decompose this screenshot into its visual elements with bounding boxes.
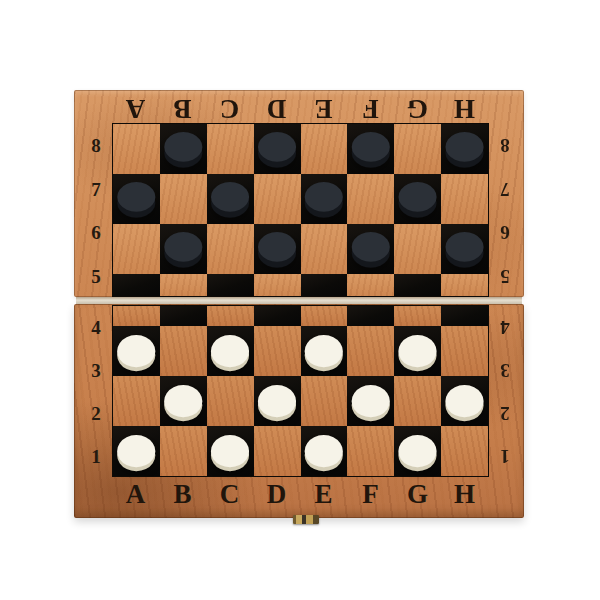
black-piece-h8[interactable]: ● [443,124,487,163]
file-label-bottom-f: F [347,481,394,508]
square-a2[interactable] [113,376,160,426]
file-label-bottom-e: E [300,481,347,508]
black-piece-a7[interactable]: ● [115,174,159,213]
rank-label-right-3: 3 [493,361,517,380]
square-b7[interactable] [160,174,207,224]
file-label-bottom-d: D [253,481,300,508]
white-piece-h2[interactable]: ● [443,377,487,419]
rank-label-right-2: 2 [493,404,517,423]
rank-label-left-3: 3 [84,361,108,380]
square-d7[interactable] [254,174,301,224]
square-h7[interactable] [441,174,488,224]
rank-label-right-5: 5 [493,267,517,286]
rank-label-right-4: 4 [493,318,517,337]
square-b2[interactable]: ● [160,376,207,426]
black-piece-f8[interactable]: ● [349,124,393,163]
square-a1[interactable]: ● [113,426,160,476]
square-a3[interactable]: ● [113,326,160,376]
square-e8[interactable] [301,124,348,174]
white-piece-g3[interactable]: ● [396,327,440,369]
white-piece-b2[interactable]: ● [161,377,205,419]
square-f8[interactable]: ● [347,124,394,174]
square-e5[interactable] [301,274,348,296]
black-piece-f6[interactable]: ● [349,224,393,263]
square-a7[interactable]: ● [113,174,160,224]
black-piece-c7[interactable]: ● [208,174,252,213]
square-d8[interactable]: ● [254,124,301,174]
rank-label-right-1: 1 [493,447,517,466]
square-g6[interactable] [394,224,441,274]
file-label-top-c: C [206,95,253,122]
white-piece-a3[interactable]: ● [115,327,159,369]
square-h8[interactable]: ● [441,124,488,174]
square-f6[interactable]: ● [347,224,394,274]
square-e1[interactable]: ● [301,426,348,476]
board-grid-bottom-half: ●●●●●●●●●●●● [112,305,489,477]
square-g8[interactable] [394,124,441,174]
board-grid-top-half: ●●●●●●●●●●●● [112,123,489,297]
black-piece-h6[interactable]: ● [443,224,487,263]
hinge-clasp-icon [293,515,319,524]
rank-label-left-2: 2 [84,404,108,423]
rank-label-left-4: 4 [84,318,108,337]
black-piece-b6[interactable]: ● [161,224,205,263]
square-h6[interactable]: ● [441,224,488,274]
square-e7[interactable]: ● [301,174,348,224]
white-piece-c3[interactable]: ● [208,327,252,369]
square-e2[interactable] [301,376,348,426]
square-d3[interactable] [254,326,301,376]
white-piece-c1[interactable]: ● [208,427,252,469]
square-e6[interactable] [301,224,348,274]
square-c2[interactable] [207,376,254,426]
black-piece-g7[interactable]: ● [396,174,440,213]
square-a6[interactable] [113,224,160,274]
square-h1[interactable] [441,426,488,476]
white-piece-g1[interactable]: ● [396,427,440,469]
square-g5[interactable] [394,274,441,296]
black-piece-d6[interactable]: ● [255,224,299,263]
file-label-top-a: A [112,95,159,122]
square-b4[interactable] [160,306,207,326]
rank-label-left-1: 1 [84,447,108,466]
file-label-top-g: G [394,95,441,122]
square-b8[interactable]: ● [160,124,207,174]
square-c1[interactable]: ● [207,426,254,476]
square-g1[interactable]: ● [394,426,441,476]
square-h4[interactable] [441,306,488,326]
black-piece-d8[interactable]: ● [255,124,299,163]
square-d4[interactable] [254,306,301,326]
square-h2[interactable]: ● [441,376,488,426]
square-f1[interactable] [347,426,394,476]
square-c5[interactable] [207,274,254,296]
square-f7[interactable] [347,174,394,224]
square-d2[interactable]: ● [254,376,301,426]
white-piece-a1[interactable]: ● [115,427,159,469]
square-c3[interactable]: ● [207,326,254,376]
black-piece-e7[interactable]: ● [302,174,346,213]
square-h5[interactable] [441,274,488,296]
rank-label-left-8: 8 [84,136,108,155]
white-piece-f2[interactable]: ● [349,377,393,419]
square-c8[interactable] [207,124,254,174]
file-label-bottom-g: G [394,481,441,508]
white-piece-e3[interactable]: ● [302,327,346,369]
rank-label-left-7: 7 [84,180,108,199]
square-a8[interactable] [113,124,160,174]
rank-label-right-7: 7 [493,180,517,199]
file-label-bottom-a: A [112,481,159,508]
file-label-top-b: B [159,95,206,122]
file-label-top-h: H [441,95,488,122]
rank-label-left-5: 5 [84,267,108,286]
square-d6[interactable]: ● [254,224,301,274]
rank-label-right-6: 6 [493,223,517,242]
square-b6[interactable]: ● [160,224,207,274]
rank-label-right-8: 8 [493,136,517,155]
square-b3[interactable] [160,326,207,376]
square-f3[interactable] [347,326,394,376]
square-a5[interactable] [113,274,160,296]
square-c6[interactable] [207,224,254,274]
square-d5[interactable] [254,274,301,296]
square-g2[interactable] [394,376,441,426]
white-piece-e1[interactable]: ● [302,427,346,469]
white-piece-d2[interactable]: ● [255,377,299,419]
file-label-top-e: E [300,95,347,122]
file-label-top-f: F [347,95,394,122]
square-h3[interactable] [441,326,488,376]
board-photo: ●●●●●●●●●●●● ●●●●●●●●●●●● AABBCCDDEEFFGG… [0,0,600,600]
square-f5[interactable] [347,274,394,296]
square-d1[interactable] [254,426,301,476]
square-g3[interactable]: ● [394,326,441,376]
square-c7[interactable]: ● [207,174,254,224]
rank-label-left-6: 6 [84,223,108,242]
square-e3[interactable]: ● [301,326,348,376]
file-label-bottom-h: H [441,481,488,508]
fold-seam [76,297,522,304]
square-g7[interactable]: ● [394,174,441,224]
black-piece-b8[interactable]: ● [161,124,205,163]
square-b5[interactable] [160,274,207,296]
file-label-top-d: D [253,95,300,122]
file-label-bottom-c: C [206,481,253,508]
square-b1[interactable] [160,426,207,476]
square-f2[interactable]: ● [347,376,394,426]
square-f4[interactable] [347,306,394,326]
file-label-bottom-b: B [159,481,206,508]
